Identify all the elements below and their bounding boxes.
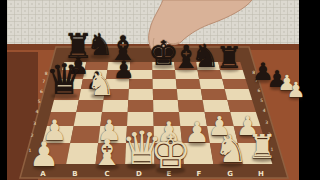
square-g6[interactable] <box>199 79 225 89</box>
piece-white-rook-h1[interactable]: ♜ <box>246 130 279 163</box>
square-d5[interactable] <box>128 89 153 100</box>
piece-black-rook-h8[interactable]: ♜ <box>214 43 244 73</box>
square-g5[interactable] <box>201 89 228 100</box>
rank-label-left-3: 3 <box>33 121 36 126</box>
captured-white-pawn-corner-a1-loose[interactable]: ♟ <box>27 137 61 171</box>
rank-label-right-4: 4 <box>263 108 266 113</box>
rank-label-right-3: 3 <box>265 120 268 125</box>
square-e5[interactable] <box>153 89 178 100</box>
square-d4[interactable] <box>128 100 154 112</box>
square-e6[interactable] <box>153 79 177 89</box>
file-label-G: G <box>227 170 233 178</box>
square-e4[interactable] <box>153 100 179 112</box>
file-label-H: H <box>258 170 264 178</box>
square-f4[interactable] <box>178 100 205 112</box>
file-label-B: B <box>72 170 77 178</box>
letterbox-left <box>0 0 7 180</box>
rank-label-right-6: 6 <box>258 88 261 93</box>
piece-white-king-e1[interactable]: ♚ <box>148 129 194 175</box>
rank-label-left-5: 5 <box>38 99 41 104</box>
captured-black-bishop-top-frame-captured[interactable]: ♝ <box>106 31 140 65</box>
captured-white-pawn-right-table-captured[interactable]: ♟ <box>286 80 307 101</box>
square-f5[interactable] <box>177 89 203 100</box>
rank-label-right-5: 5 <box>260 98 263 103</box>
square-f6[interactable] <box>176 79 201 89</box>
video-frame: ABCDEFGH1122334455667788 ♚♝♞♜♟♟♟♛♞♟♟♟♟♟♟… <box>0 0 320 180</box>
rank-label-left-4: 4 <box>35 109 38 114</box>
piece-white-knight-b5[interactable]: ♞ <box>85 68 117 100</box>
square-h6[interactable] <box>222 79 248 89</box>
square-h5[interactable] <box>225 89 252 100</box>
file-label-F: F <box>197 170 202 178</box>
piece-white-knight-g1[interactable]: ♞ <box>212 130 250 168</box>
